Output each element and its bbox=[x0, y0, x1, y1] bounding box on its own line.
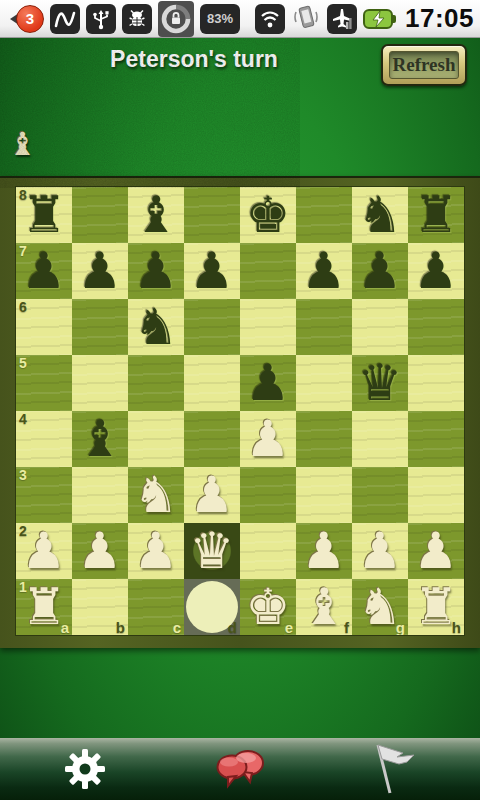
piece-white-king: ♚ bbox=[246, 579, 291, 635]
piece-black-pawn: ♟ bbox=[414, 243, 459, 299]
square-e2[interactable] bbox=[240, 523, 296, 579]
piece-black-pawn: ♟ bbox=[358, 243, 403, 299]
chess-app-screen: 3 bbox=[0, 0, 480, 800]
square-c2[interactable]: ♟ bbox=[128, 523, 184, 579]
square-a6[interactable]: 6 bbox=[16, 299, 72, 355]
piece-white-queen: ♛ bbox=[190, 523, 235, 579]
square-f6[interactable] bbox=[296, 299, 352, 355]
screen-lock-icon bbox=[158, 1, 194, 37]
square-d5[interactable] bbox=[184, 355, 240, 411]
square-a7[interactable]: ♟7 bbox=[16, 243, 72, 299]
piece-white-pawn: ♟ bbox=[414, 523, 459, 579]
bottom-toolbar bbox=[0, 738, 480, 800]
square-c3[interactable]: ♞ bbox=[128, 467, 184, 523]
square-d4[interactable] bbox=[184, 411, 240, 467]
piece-black-king: ♚ bbox=[246, 187, 291, 243]
refresh-button[interactable]: Refresh bbox=[381, 44, 467, 86]
rank-label-4: 4 bbox=[19, 411, 27, 427]
battery-charging-icon bbox=[363, 7, 397, 31]
piece-black-pawn: ♟ bbox=[22, 243, 67, 299]
usb-icon bbox=[86, 4, 116, 34]
square-b4[interactable]: ♝ bbox=[72, 411, 128, 467]
square-h4[interactable] bbox=[408, 411, 464, 467]
square-e7[interactable] bbox=[240, 243, 296, 299]
square-g5[interactable]: ♛ bbox=[352, 355, 408, 411]
piece-black-rook: ♜ bbox=[414, 187, 459, 243]
square-f4[interactable] bbox=[296, 411, 352, 467]
piece-white-pawn: ♟ bbox=[22, 523, 67, 579]
clock-text: 17:05 bbox=[403, 3, 474, 34]
piece-white-rook: ♜ bbox=[414, 579, 459, 635]
piece-white-knight: ♞ bbox=[358, 579, 403, 635]
square-h1[interactable]: ♜h bbox=[408, 579, 464, 635]
square-g8[interactable]: ♞ bbox=[352, 187, 408, 243]
piece-white-rook: ♜ bbox=[22, 579, 67, 635]
game-background: Peterson's turn Refresh ♝ ♜8♝♚♞♜♟7♟♟♟♟♟♟… bbox=[0, 38, 480, 800]
square-g2[interactable]: ♟ bbox=[352, 523, 408, 579]
square-e3[interactable] bbox=[240, 467, 296, 523]
chat-button[interactable] bbox=[204, 738, 276, 800]
piece-black-bishop: ♝ bbox=[134, 187, 179, 243]
wifi-icon bbox=[255, 4, 285, 34]
square-f3[interactable] bbox=[296, 467, 352, 523]
piece-black-bishop: ♝ bbox=[78, 411, 123, 467]
status-bar-right: 17:05 bbox=[255, 2, 480, 36]
square-c6[interactable]: ♞ bbox=[128, 299, 184, 355]
square-c4[interactable] bbox=[128, 411, 184, 467]
square-b1[interactable]: b bbox=[72, 579, 128, 635]
square-c5[interactable] bbox=[128, 355, 184, 411]
square-d6[interactable] bbox=[184, 299, 240, 355]
square-h2[interactable]: ♟ bbox=[408, 523, 464, 579]
square-e4[interactable]: ♟ bbox=[240, 411, 296, 467]
square-b2[interactable]: ♟ bbox=[72, 523, 128, 579]
square-c7[interactable]: ♟ bbox=[128, 243, 184, 299]
square-h5[interactable] bbox=[408, 355, 464, 411]
square-f1[interactable]: ♝f bbox=[296, 579, 352, 635]
flag-icon bbox=[369, 742, 421, 796]
rank-label-6: 6 bbox=[19, 299, 27, 315]
piece-black-rook: ♜ bbox=[22, 187, 67, 243]
piece-black-pawn: ♟ bbox=[302, 243, 347, 299]
piece-white-pawn: ♟ bbox=[246, 411, 291, 467]
file-label-b: b bbox=[116, 619, 125, 635]
square-h7[interactable]: ♟ bbox=[408, 243, 464, 299]
refresh-button-label: Refresh bbox=[389, 51, 459, 79]
square-c1[interactable]: c bbox=[128, 579, 184, 635]
square-e1[interactable]: ♚e bbox=[240, 579, 296, 635]
wave-icon bbox=[50, 4, 80, 34]
piece-white-pawn: ♟ bbox=[134, 523, 179, 579]
square-d7[interactable]: ♟ bbox=[184, 243, 240, 299]
page-title: Peterson's turn bbox=[0, 46, 388, 73]
square-b6[interactable] bbox=[72, 299, 128, 355]
square-h3[interactable] bbox=[408, 467, 464, 523]
square-g7[interactable]: ♟ bbox=[352, 243, 408, 299]
square-e5[interactable]: ♟ bbox=[240, 355, 296, 411]
chat-bubbles-icon bbox=[212, 746, 268, 792]
piece-white-pawn: ♟ bbox=[78, 523, 123, 579]
square-g4[interactable] bbox=[352, 411, 408, 467]
square-a3[interactable]: 3 bbox=[16, 467, 72, 523]
square-g3[interactable] bbox=[352, 467, 408, 523]
square-f8[interactable] bbox=[296, 187, 352, 243]
piece-white-pawn: ♟ bbox=[302, 523, 347, 579]
square-f2[interactable]: ♟ bbox=[296, 523, 352, 579]
square-a8[interactable]: ♜8 bbox=[16, 187, 72, 243]
square-f5[interactable] bbox=[296, 355, 352, 411]
vibrate-icon bbox=[291, 2, 321, 36]
android-status-bar: 3 bbox=[0, 0, 480, 38]
piece-black-knight: ♞ bbox=[134, 299, 179, 355]
square-a1[interactable]: ♜1a bbox=[16, 579, 72, 635]
captured-pieces-tray: ♝ bbox=[8, 126, 37, 162]
rank-label-5: 5 bbox=[19, 355, 27, 371]
square-b7[interactable]: ♟ bbox=[72, 243, 128, 299]
battery-percent-text: 83% bbox=[200, 11, 240, 26]
file-label-d: d bbox=[228, 619, 237, 635]
square-e6[interactable] bbox=[240, 299, 296, 355]
square-d3[interactable]: ♟ bbox=[184, 467, 240, 523]
notification-count: 3 bbox=[16, 5, 44, 33]
piece-black-queen: ♛ bbox=[358, 355, 403, 411]
piece-black-knight: ♞ bbox=[358, 187, 403, 243]
square-g1[interactable]: ♞g bbox=[352, 579, 408, 635]
chessboard: ♜8♝♚♞♜♟7♟♟♟♟♟♟6♞5♟♛4♝♟3♞♟♟2♟♟♛♟♟♟♜1abcd♚… bbox=[15, 186, 465, 636]
square-d2[interactable]: ♛ bbox=[184, 523, 240, 579]
piece-black-pawn: ♟ bbox=[246, 355, 291, 411]
settings-button[interactable] bbox=[50, 738, 120, 800]
chessboard-frame: ♜8♝♚♞♜♟7♟♟♟♟♟♟6♞5♟♛4♝♟3♞♟♟2♟♟♛♟♟♟♜1abcd♚… bbox=[0, 176, 480, 648]
battery-percent-indicator: 83% bbox=[200, 4, 240, 34]
piece-white-knight: ♞ bbox=[134, 467, 179, 523]
square-a2[interactable]: ♟2 bbox=[16, 523, 72, 579]
square-d1[interactable]: d bbox=[184, 579, 240, 635]
notification-badge: 3 bbox=[10, 4, 44, 34]
android-debug-icon bbox=[122, 4, 152, 34]
square-b5[interactable] bbox=[72, 355, 128, 411]
status-bar-left: 3 bbox=[0, 1, 240, 37]
square-b3[interactable] bbox=[72, 467, 128, 523]
square-f7[interactable]: ♟ bbox=[296, 243, 352, 299]
square-d8[interactable] bbox=[184, 187, 240, 243]
file-label-c: c bbox=[173, 619, 181, 635]
rank-label-3: 3 bbox=[19, 467, 27, 483]
square-h8[interactable]: ♜ bbox=[408, 187, 464, 243]
square-e8[interactable]: ♚ bbox=[240, 187, 296, 243]
gear-icon bbox=[64, 748, 106, 790]
square-h6[interactable] bbox=[408, 299, 464, 355]
square-a4[interactable]: 4 bbox=[16, 411, 72, 467]
piece-black-pawn: ♟ bbox=[134, 243, 179, 299]
square-g6[interactable] bbox=[352, 299, 408, 355]
captured-white-bishop-icon: ♝ bbox=[8, 125, 37, 163]
square-c8[interactable]: ♝ bbox=[128, 187, 184, 243]
square-b8[interactable] bbox=[72, 187, 128, 243]
piece-black-pawn: ♟ bbox=[190, 243, 235, 299]
piece-white-bishop: ♝ bbox=[302, 579, 347, 635]
piece-white-pawn: ♟ bbox=[190, 467, 235, 523]
piece-white-pawn: ♟ bbox=[358, 523, 403, 579]
resign-flag-button[interactable] bbox=[360, 738, 430, 800]
airplane-mode-icon bbox=[327, 4, 357, 34]
piece-black-pawn: ♟ bbox=[78, 243, 123, 299]
square-a5[interactable]: 5 bbox=[16, 355, 72, 411]
